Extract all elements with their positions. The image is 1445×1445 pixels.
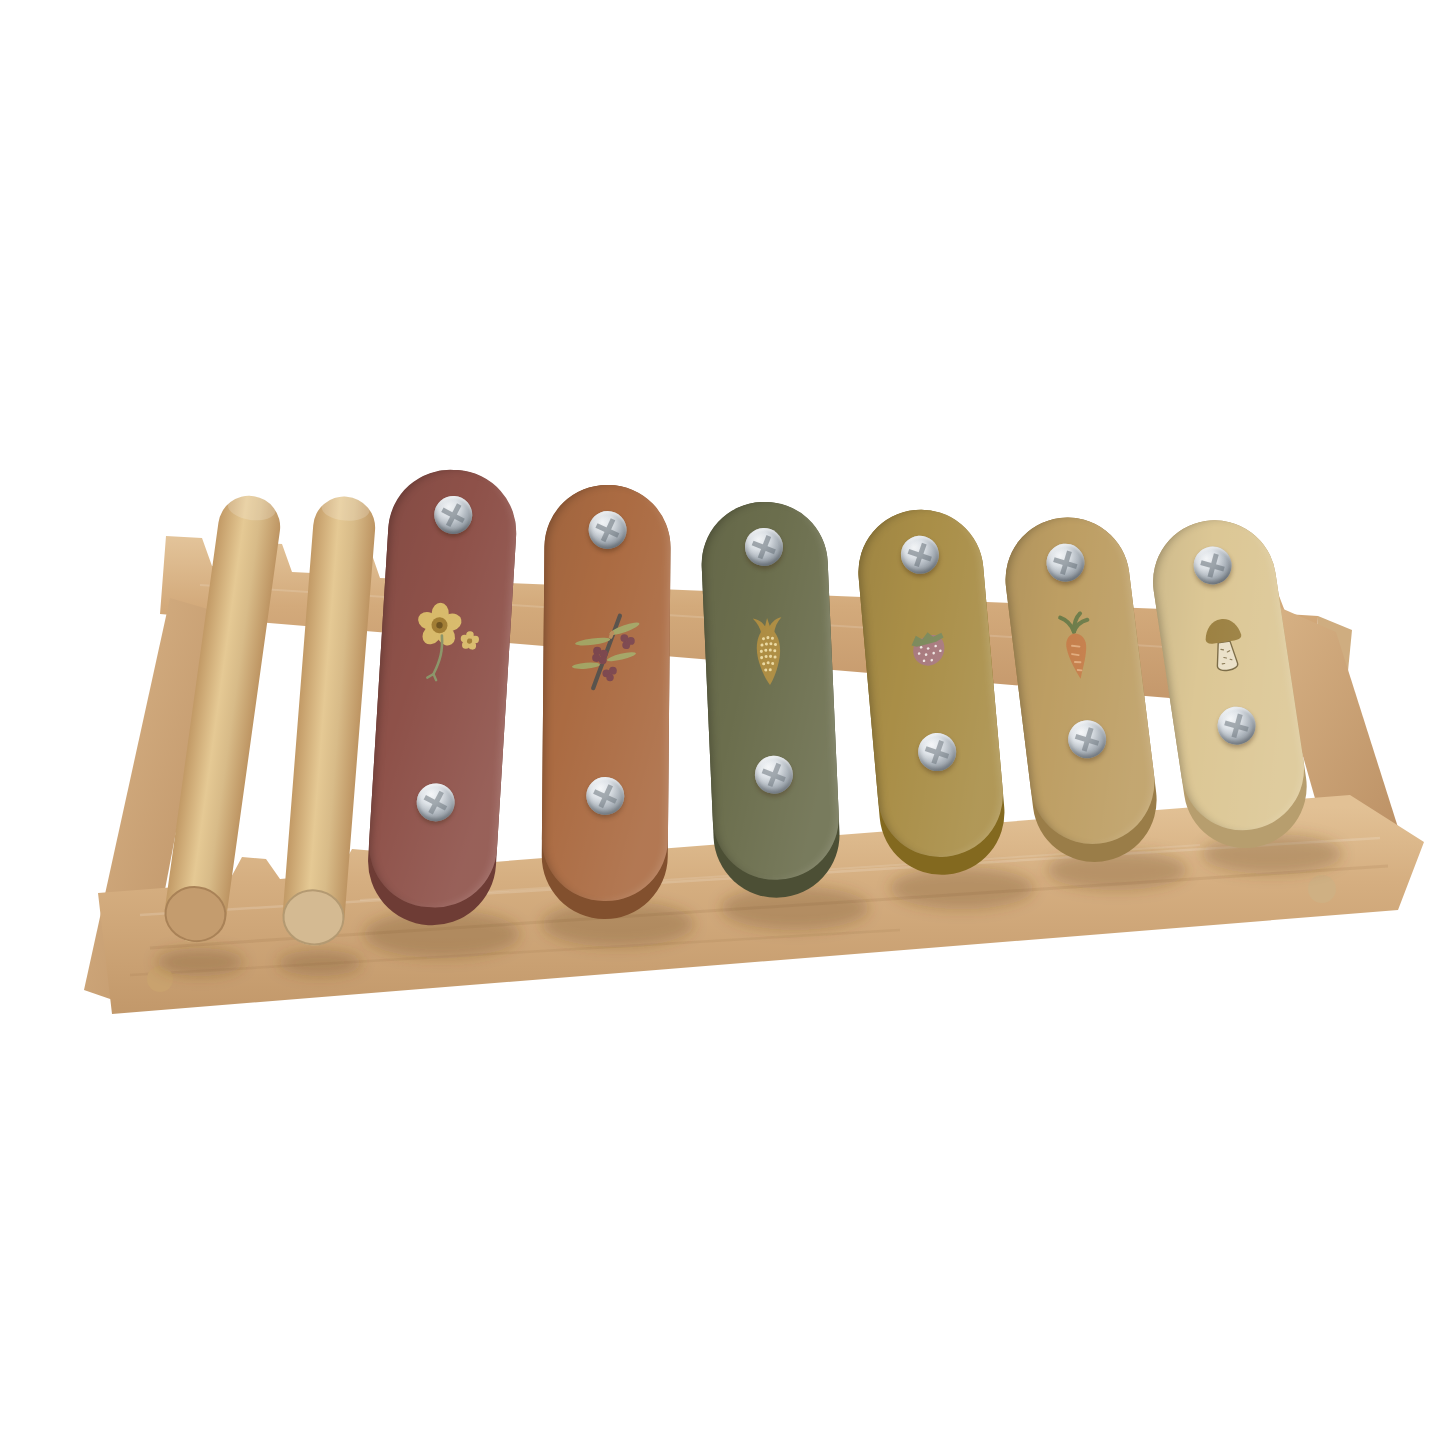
screw-top — [1191, 544, 1234, 587]
bar-face — [699, 499, 841, 882]
screw-bottom — [416, 782, 456, 822]
berry-branch-icon — [565, 610, 648, 693]
screw-top — [899, 534, 940, 575]
xylophone-bar-berry-branch — [541, 484, 671, 919]
screw-bottom — [1066, 718, 1108, 760]
bar-face — [541, 484, 671, 901]
screw-top — [588, 511, 626, 549]
screw-bottom — [916, 731, 957, 772]
xylophone-bar-corn — [699, 499, 842, 900]
product-image — [0, 0, 1445, 1445]
corn-icon — [741, 616, 796, 690]
screw-bottom — [754, 755, 794, 795]
mushroom-icon — [1197, 611, 1251, 677]
bar-face — [365, 466, 520, 911]
flower-icon — [406, 601, 485, 689]
dowel-plug-right — [1308, 875, 1336, 903]
carrot-icon — [1050, 610, 1102, 687]
strawberry-icon — [902, 624, 954, 673]
screw-top — [433, 495, 473, 535]
screw-top — [744, 527, 784, 567]
screw-bottom — [1214, 704, 1257, 747]
screw-top — [1044, 541, 1086, 583]
screw-bottom — [586, 777, 624, 815]
